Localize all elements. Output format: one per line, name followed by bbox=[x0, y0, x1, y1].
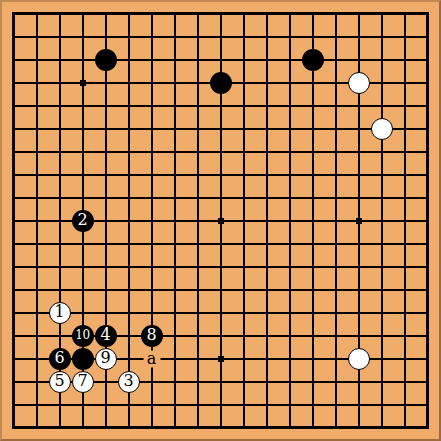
intersection bbox=[370, 209, 393, 232]
intersection bbox=[117, 186, 140, 209]
intersection bbox=[370, 278, 393, 301]
intersection bbox=[25, 301, 48, 324]
intersection bbox=[186, 48, 209, 71]
intersection bbox=[48, 232, 71, 255]
intersection bbox=[324, 278, 347, 301]
intersection bbox=[71, 301, 94, 324]
intersection bbox=[232, 117, 255, 140]
intersection bbox=[209, 370, 232, 393]
intersection bbox=[324, 25, 347, 48]
intersection bbox=[186, 232, 209, 255]
intersection bbox=[140, 393, 163, 416]
intersection bbox=[48, 48, 71, 71]
move-number: 9 bbox=[100, 350, 110, 367]
move-number: 8 bbox=[146, 327, 156, 344]
intersection bbox=[370, 324, 393, 347]
intersection bbox=[416, 2, 439, 25]
intersection bbox=[163, 416, 186, 439]
intersection bbox=[140, 416, 163, 439]
intersection bbox=[232, 140, 255, 163]
intersection bbox=[232, 71, 255, 94]
intersection bbox=[301, 117, 324, 140]
intersection bbox=[186, 94, 209, 117]
intersection bbox=[324, 416, 347, 439]
intersection bbox=[393, 347, 416, 370]
intersection bbox=[347, 186, 370, 209]
intersection bbox=[301, 186, 324, 209]
intersection bbox=[393, 140, 416, 163]
intersection bbox=[71, 255, 94, 278]
intersection bbox=[25, 232, 48, 255]
hoshi-star-point bbox=[80, 80, 86, 86]
intersection bbox=[370, 393, 393, 416]
intersection bbox=[416, 140, 439, 163]
move-number: 2 bbox=[77, 212, 87, 229]
intersection bbox=[324, 393, 347, 416]
intersection bbox=[370, 301, 393, 324]
hoshi-star-point bbox=[356, 218, 362, 224]
intersection bbox=[370, 163, 393, 186]
intersection bbox=[255, 416, 278, 439]
intersection bbox=[186, 25, 209, 48]
intersection bbox=[2, 255, 25, 278]
intersection bbox=[117, 71, 140, 94]
intersection bbox=[94, 301, 117, 324]
intersection bbox=[71, 94, 94, 117]
intersection bbox=[94, 278, 117, 301]
intersection bbox=[25, 255, 48, 278]
intersection bbox=[140, 71, 163, 94]
intersection bbox=[255, 301, 278, 324]
intersection bbox=[232, 255, 255, 278]
intersection bbox=[278, 393, 301, 416]
intersection bbox=[324, 2, 347, 25]
move-number: 10 bbox=[75, 329, 89, 342]
intersection bbox=[25, 416, 48, 439]
intersection bbox=[393, 370, 416, 393]
intersection bbox=[48, 2, 71, 25]
white-stone-move-3: 3 bbox=[118, 371, 140, 393]
intersection bbox=[301, 278, 324, 301]
black-stone bbox=[95, 49, 117, 71]
intersection bbox=[232, 2, 255, 25]
intersection bbox=[94, 255, 117, 278]
intersection bbox=[71, 25, 94, 48]
intersection bbox=[301, 94, 324, 117]
intersection bbox=[94, 2, 117, 25]
intersection bbox=[140, 186, 163, 209]
intersection bbox=[393, 209, 416, 232]
intersection bbox=[324, 186, 347, 209]
intersection bbox=[25, 140, 48, 163]
intersection bbox=[94, 232, 117, 255]
intersection bbox=[117, 301, 140, 324]
intersection bbox=[301, 163, 324, 186]
intersection bbox=[278, 186, 301, 209]
intersection bbox=[163, 2, 186, 25]
intersection bbox=[255, 140, 278, 163]
intersection bbox=[347, 232, 370, 255]
intersection bbox=[301, 301, 324, 324]
intersection bbox=[209, 255, 232, 278]
intersection bbox=[370, 2, 393, 25]
intersection bbox=[25, 94, 48, 117]
intersection bbox=[416, 163, 439, 186]
move-number: 5 bbox=[54, 373, 64, 390]
intersection bbox=[48, 255, 71, 278]
intersection bbox=[416, 301, 439, 324]
intersection bbox=[347, 255, 370, 278]
intersection bbox=[48, 209, 71, 232]
go-board-diagram: 21104869a573 bbox=[0, 0, 441, 441]
intersection: 6 bbox=[48, 347, 71, 370]
intersection bbox=[94, 48, 117, 71]
intersection bbox=[255, 163, 278, 186]
intersection bbox=[209, 71, 232, 94]
intersection bbox=[232, 324, 255, 347]
black-stone bbox=[72, 348, 94, 370]
intersection bbox=[324, 71, 347, 94]
intersection bbox=[416, 255, 439, 278]
intersection bbox=[94, 393, 117, 416]
intersection bbox=[2, 94, 25, 117]
intersection bbox=[393, 232, 416, 255]
intersection bbox=[209, 301, 232, 324]
intersection bbox=[232, 209, 255, 232]
intersection bbox=[163, 393, 186, 416]
intersection: a bbox=[140, 347, 163, 370]
intersection bbox=[2, 370, 25, 393]
intersection bbox=[255, 370, 278, 393]
intersection bbox=[347, 163, 370, 186]
intersection bbox=[2, 48, 25, 71]
intersection: 1 bbox=[48, 301, 71, 324]
intersection bbox=[347, 416, 370, 439]
intersection bbox=[209, 25, 232, 48]
intersection bbox=[301, 324, 324, 347]
intersection bbox=[416, 232, 439, 255]
intersection bbox=[94, 25, 117, 48]
intersection bbox=[186, 140, 209, 163]
intersection bbox=[186, 71, 209, 94]
intersection bbox=[163, 25, 186, 48]
intersection bbox=[117, 140, 140, 163]
intersection bbox=[94, 140, 117, 163]
intersection bbox=[209, 163, 232, 186]
intersection bbox=[370, 140, 393, 163]
intersection bbox=[163, 370, 186, 393]
intersection bbox=[117, 255, 140, 278]
intersection bbox=[48, 140, 71, 163]
intersection bbox=[301, 209, 324, 232]
intersection bbox=[186, 163, 209, 186]
intersection: 9 bbox=[94, 347, 117, 370]
intersection bbox=[416, 94, 439, 117]
intersection bbox=[71, 186, 94, 209]
intersection bbox=[2, 117, 25, 140]
intersection bbox=[209, 324, 232, 347]
intersection bbox=[2, 163, 25, 186]
intersection bbox=[209, 140, 232, 163]
intersection bbox=[71, 117, 94, 140]
intersection bbox=[278, 163, 301, 186]
intersection bbox=[71, 48, 94, 71]
intersection bbox=[416, 347, 439, 370]
intersection bbox=[255, 209, 278, 232]
intersection bbox=[232, 94, 255, 117]
intersection bbox=[278, 255, 301, 278]
intersection bbox=[186, 209, 209, 232]
intersection bbox=[186, 416, 209, 439]
intersection bbox=[416, 278, 439, 301]
intersection bbox=[232, 347, 255, 370]
intersection bbox=[416, 393, 439, 416]
intersection bbox=[209, 117, 232, 140]
intersection bbox=[140, 25, 163, 48]
intersection bbox=[370, 48, 393, 71]
intersection bbox=[255, 347, 278, 370]
intersection: 10 bbox=[71, 324, 94, 347]
intersection bbox=[301, 347, 324, 370]
intersection bbox=[140, 370, 163, 393]
intersection bbox=[25, 278, 48, 301]
intersection: 4 bbox=[94, 324, 117, 347]
intersection bbox=[278, 347, 301, 370]
move-number: 6 bbox=[54, 350, 64, 367]
intersection bbox=[393, 48, 416, 71]
intersection bbox=[393, 117, 416, 140]
intersection bbox=[2, 71, 25, 94]
intersection bbox=[94, 117, 117, 140]
intersection bbox=[278, 416, 301, 439]
intersection bbox=[186, 370, 209, 393]
intersection bbox=[186, 393, 209, 416]
intersection bbox=[209, 2, 232, 25]
intersection bbox=[324, 255, 347, 278]
intersection bbox=[117, 25, 140, 48]
go-grid: 21104869a573 bbox=[2, 2, 439, 439]
intersection bbox=[416, 71, 439, 94]
intersection bbox=[324, 94, 347, 117]
intersection bbox=[255, 2, 278, 25]
intersection bbox=[163, 209, 186, 232]
intersection bbox=[209, 416, 232, 439]
intersection bbox=[232, 393, 255, 416]
intersection bbox=[347, 140, 370, 163]
intersection bbox=[347, 48, 370, 71]
intersection bbox=[2, 140, 25, 163]
intersection bbox=[48, 416, 71, 439]
intersection bbox=[393, 416, 416, 439]
intersection bbox=[25, 186, 48, 209]
intersection bbox=[71, 163, 94, 186]
intersection bbox=[393, 301, 416, 324]
intersection bbox=[232, 48, 255, 71]
intersection bbox=[416, 186, 439, 209]
intersection bbox=[48, 71, 71, 94]
intersection bbox=[347, 347, 370, 370]
intersection bbox=[255, 71, 278, 94]
intersection bbox=[301, 255, 324, 278]
intersection bbox=[278, 2, 301, 25]
intersection bbox=[186, 347, 209, 370]
intersection bbox=[324, 48, 347, 71]
intersection bbox=[71, 2, 94, 25]
intersection bbox=[416, 324, 439, 347]
intersection bbox=[416, 25, 439, 48]
black-stone-move-6: 6 bbox=[49, 348, 71, 370]
intersection bbox=[209, 232, 232, 255]
white-stone bbox=[348, 72, 370, 94]
intersection bbox=[370, 186, 393, 209]
intersection bbox=[94, 71, 117, 94]
intersection bbox=[163, 140, 186, 163]
intersection bbox=[393, 25, 416, 48]
intersection bbox=[186, 255, 209, 278]
black-stone bbox=[210, 72, 232, 94]
intersection bbox=[117, 416, 140, 439]
intersection bbox=[140, 2, 163, 25]
intersection bbox=[209, 347, 232, 370]
intersection bbox=[232, 416, 255, 439]
intersection bbox=[163, 186, 186, 209]
intersection bbox=[140, 117, 163, 140]
intersection bbox=[25, 71, 48, 94]
intersection: 2 bbox=[71, 209, 94, 232]
intersection bbox=[278, 117, 301, 140]
intersection bbox=[393, 2, 416, 25]
intersection bbox=[163, 163, 186, 186]
black-stone-move-8: 8 bbox=[141, 325, 163, 347]
intersection bbox=[255, 393, 278, 416]
intersection bbox=[255, 25, 278, 48]
move-number: 1 bbox=[54, 304, 64, 321]
intersection bbox=[140, 278, 163, 301]
intersection bbox=[416, 416, 439, 439]
intersection bbox=[140, 48, 163, 71]
white-stone-move-1: 1 bbox=[49, 302, 71, 324]
intersection bbox=[278, 94, 301, 117]
intersection bbox=[301, 48, 324, 71]
intersection bbox=[232, 232, 255, 255]
intersection bbox=[347, 2, 370, 25]
intersection bbox=[140, 255, 163, 278]
black-stone bbox=[302, 49, 324, 71]
intersection bbox=[301, 71, 324, 94]
intersection bbox=[186, 186, 209, 209]
hoshi-star-point bbox=[218, 218, 224, 224]
intersection bbox=[278, 324, 301, 347]
intersection bbox=[301, 140, 324, 163]
intersection bbox=[48, 324, 71, 347]
intersection bbox=[393, 393, 416, 416]
intersection bbox=[117, 48, 140, 71]
intersection bbox=[209, 186, 232, 209]
intersection bbox=[25, 324, 48, 347]
intersection bbox=[71, 232, 94, 255]
intersection bbox=[2, 2, 25, 25]
intersection bbox=[25, 370, 48, 393]
intersection bbox=[71, 71, 94, 94]
intersection bbox=[393, 163, 416, 186]
intersection bbox=[232, 186, 255, 209]
intersection bbox=[255, 117, 278, 140]
intersection bbox=[370, 370, 393, 393]
intersection bbox=[416, 370, 439, 393]
intersection bbox=[48, 163, 71, 186]
intersection bbox=[117, 163, 140, 186]
intersection bbox=[393, 255, 416, 278]
intersection bbox=[94, 163, 117, 186]
intersection: 3 bbox=[117, 370, 140, 393]
intersection bbox=[255, 186, 278, 209]
intersection bbox=[393, 324, 416, 347]
intersection bbox=[163, 94, 186, 117]
intersection bbox=[140, 232, 163, 255]
intersection bbox=[347, 370, 370, 393]
white-stone bbox=[348, 348, 370, 370]
intersection bbox=[324, 117, 347, 140]
intersection bbox=[324, 140, 347, 163]
intersection bbox=[2, 186, 25, 209]
intersection bbox=[232, 163, 255, 186]
intersection bbox=[301, 370, 324, 393]
intersection bbox=[347, 209, 370, 232]
intersection bbox=[209, 393, 232, 416]
intersection bbox=[301, 232, 324, 255]
intersection bbox=[25, 25, 48, 48]
intersection bbox=[2, 347, 25, 370]
intersection bbox=[140, 140, 163, 163]
intersection bbox=[370, 94, 393, 117]
intersection: 7 bbox=[71, 370, 94, 393]
intersection bbox=[278, 232, 301, 255]
intersection bbox=[94, 186, 117, 209]
intersection bbox=[416, 117, 439, 140]
intersection bbox=[2, 324, 25, 347]
intersection bbox=[48, 393, 71, 416]
white-stone bbox=[371, 118, 393, 140]
move-number: 7 bbox=[77, 373, 87, 390]
intersection bbox=[370, 71, 393, 94]
intersection bbox=[347, 278, 370, 301]
intersection bbox=[25, 2, 48, 25]
intersection bbox=[48, 186, 71, 209]
intersection bbox=[278, 209, 301, 232]
intersection bbox=[25, 48, 48, 71]
intersection bbox=[94, 94, 117, 117]
intersection bbox=[140, 209, 163, 232]
intersection bbox=[140, 301, 163, 324]
intersection bbox=[71, 416, 94, 439]
black-stone-move-10: 10 bbox=[72, 325, 94, 347]
intersection bbox=[393, 71, 416, 94]
black-stone-move-4: 4 bbox=[95, 325, 117, 347]
intersection bbox=[94, 416, 117, 439]
intersection bbox=[25, 347, 48, 370]
intersection bbox=[71, 347, 94, 370]
intersection bbox=[209, 278, 232, 301]
intersection bbox=[2, 232, 25, 255]
intersection bbox=[48, 117, 71, 140]
intersection bbox=[25, 209, 48, 232]
intersection bbox=[255, 232, 278, 255]
intersection bbox=[324, 324, 347, 347]
intersection bbox=[186, 117, 209, 140]
intersection bbox=[255, 324, 278, 347]
intersection bbox=[117, 324, 140, 347]
intersection bbox=[347, 25, 370, 48]
